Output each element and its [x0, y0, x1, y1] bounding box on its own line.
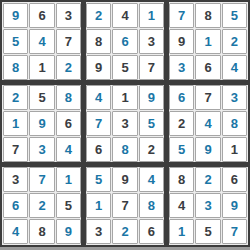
sudoku-cell-r7c2[interactable]: 7 [29, 167, 54, 192]
sudoku-cell-r3c7[interactable]: 3 [169, 55, 194, 80]
sudoku-cell-r8c7[interactable]: 4 [169, 193, 194, 218]
sudoku-cell-r5c7[interactable]: 2 [169, 111, 194, 136]
sudoku-cell-r1c5[interactable]: 4 [112, 3, 137, 28]
sudoku-cell-r3c5[interactable]: 5 [112, 55, 137, 80]
sudoku-cell-r4c1[interactable]: 2 [3, 85, 28, 110]
sudoku-cell-r7c8[interactable]: 2 [195, 167, 220, 192]
sudoku-cell-r2c3[interactable]: 7 [56, 29, 81, 54]
sudoku-cell-r2c1[interactable]: 5 [3, 29, 28, 54]
sudoku-cell-r9c4[interactable]: 3 [86, 219, 111, 244]
sudoku-cell-r6c3[interactable]: 4 [56, 137, 81, 162]
sudoku-cell-r8c5[interactable]: 7 [112, 193, 137, 218]
sudoku-cell-r2c7[interactable]: 9 [169, 29, 194, 54]
sudoku-cell-r7c4[interactable]: 5 [86, 167, 111, 192]
sudoku-grid: 9632417855478639128129573642584196731967… [2, 2, 248, 245]
sudoku-cell-r4c6[interactable]: 9 [139, 85, 164, 110]
sudoku-cell-r1c4[interactable]: 2 [86, 3, 111, 28]
sudoku-cell-r1c9[interactable]: 5 [222, 3, 247, 28]
sudoku-cell-r3c2[interactable]: 1 [29, 55, 54, 80]
sudoku-cell-r5c5[interactable]: 3 [112, 111, 137, 136]
sudoku-cell-r6c2[interactable]: 3 [29, 137, 54, 162]
sudoku-cell-r3c1[interactable]: 8 [3, 55, 28, 80]
sudoku-cell-r4c5[interactable]: 1 [112, 85, 137, 110]
sudoku-cell-r1c8[interactable]: 8 [195, 3, 220, 28]
sudoku-cell-r8c9[interactable]: 9 [222, 193, 247, 218]
sudoku-cell-r7c5[interactable]: 9 [112, 167, 137, 192]
sudoku-cell-r2c5[interactable]: 6 [112, 29, 137, 54]
sudoku-cell-r9c1[interactable]: 4 [3, 219, 28, 244]
sudoku-cell-r6c7[interactable]: 5 [169, 137, 194, 162]
sudoku-cell-r9c5[interactable]: 2 [112, 219, 137, 244]
sudoku-cell-r2c4[interactable]: 8 [86, 29, 111, 54]
sudoku-cell-r1c3[interactable]: 3 [56, 3, 81, 28]
sudoku-cell-r8c2[interactable]: 2 [29, 193, 54, 218]
sudoku-cell-r9c8[interactable]: 5 [195, 219, 220, 244]
sudoku-cell-r3c4[interactable]: 9 [86, 55, 111, 80]
sudoku-cell-r7c9[interactable]: 6 [222, 167, 247, 192]
sudoku-cell-r5c2[interactable]: 9 [29, 111, 54, 136]
sudoku-cell-r5c8[interactable]: 4 [195, 111, 220, 136]
sudoku-cell-r2c2[interactable]: 4 [29, 29, 54, 54]
sudoku-cell-r3c8[interactable]: 6 [195, 55, 220, 80]
sudoku-cell-r4c8[interactable]: 7 [195, 85, 220, 110]
sudoku-cell-r2c9[interactable]: 2 [222, 29, 247, 54]
sudoku-cell-r3c3[interactable]: 2 [56, 55, 81, 80]
sudoku-cell-r4c9[interactable]: 3 [222, 85, 247, 110]
sudoku-cell-r8c8[interactable]: 3 [195, 193, 220, 218]
sudoku-cell-r2c6[interactable]: 3 [139, 29, 164, 54]
sudoku-cell-r9c7[interactable]: 1 [169, 219, 194, 244]
sudoku-cell-r5c1[interactable]: 1 [3, 111, 28, 136]
sudoku-cell-r6c5[interactable]: 8 [112, 137, 137, 162]
sudoku-cell-r1c1[interactable]: 9 [3, 3, 28, 28]
box-separator-horizontal-2 [2, 162, 248, 167]
sudoku-cell-r6c6[interactable]: 2 [139, 137, 164, 162]
sudoku-cell-r8c3[interactable]: 5 [56, 193, 81, 218]
sudoku-cell-r7c6[interactable]: 4 [139, 167, 164, 192]
sudoku-cell-r4c2[interactable]: 5 [29, 85, 54, 110]
sudoku-cell-r6c4[interactable]: 6 [86, 137, 111, 162]
box-separator-horizontal-1 [2, 80, 248, 85]
sudoku-cell-r5c6[interactable]: 5 [139, 111, 164, 136]
sudoku-cell-r5c3[interactable]: 6 [56, 111, 81, 136]
sudoku-cell-r2c8[interactable]: 1 [195, 29, 220, 54]
sudoku-cell-r6c1[interactable]: 7 [3, 137, 28, 162]
sudoku-cell-r9c2[interactable]: 8 [29, 219, 54, 244]
sudoku-cell-r7c7[interactable]: 8 [169, 167, 194, 192]
sudoku-cell-r9c3[interactable]: 9 [56, 219, 81, 244]
sudoku-cell-r3c6[interactable]: 7 [139, 55, 164, 80]
sudoku-cell-r9c6[interactable]: 6 [139, 219, 164, 244]
sudoku-cell-r8c4[interactable]: 1 [86, 193, 111, 218]
sudoku-cell-r7c1[interactable]: 3 [3, 167, 28, 192]
sudoku-cell-r1c2[interactable]: 6 [29, 3, 54, 28]
sudoku-cell-r5c4[interactable]: 7 [86, 111, 111, 136]
sudoku-cell-r1c7[interactable]: 7 [169, 3, 194, 28]
sudoku-cell-r8c6[interactable]: 8 [139, 193, 164, 218]
sudoku-cell-r4c3[interactable]: 8 [56, 85, 81, 110]
sudoku-cell-r9c9[interactable]: 7 [222, 219, 247, 244]
sudoku-cell-r3c9[interactable]: 4 [222, 55, 247, 80]
sudoku-cell-r7c3[interactable]: 1 [56, 167, 81, 192]
sudoku-cell-r4c4[interactable]: 4 [86, 85, 111, 110]
sudoku-cell-r4c7[interactable]: 6 [169, 85, 194, 110]
sudoku-cell-r8c1[interactable]: 6 [3, 193, 28, 218]
sudoku-board: 9632417855478639128129573642584196731967… [0, 0, 250, 247]
sudoku-cell-r6c8[interactable]: 9 [195, 137, 220, 162]
sudoku-cell-r1c6[interactable]: 1 [139, 3, 164, 28]
sudoku-cell-r6c9[interactable]: 1 [222, 137, 247, 162]
sudoku-cell-r5c9[interactable]: 8 [222, 111, 247, 136]
